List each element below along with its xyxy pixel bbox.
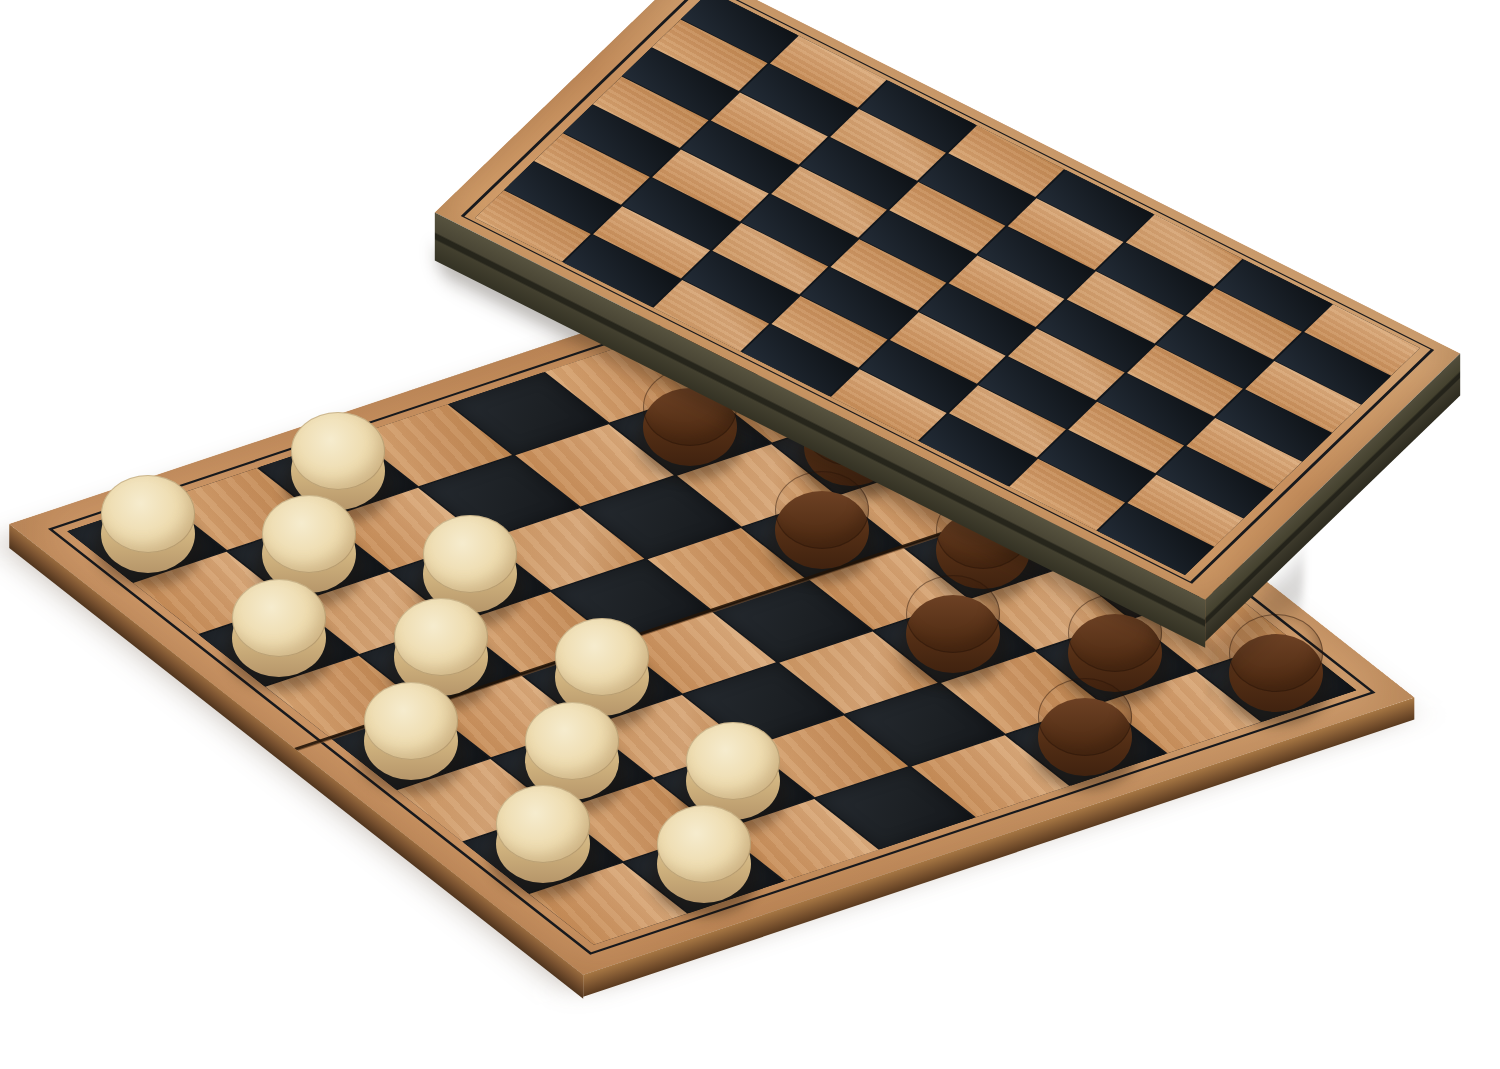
checker-piece-light-0-0[interactable] [101,475,195,573]
checker-top-face [423,515,517,593]
checker-piece-light-1-7[interactable] [657,805,751,903]
checker-piece-light-0-2[interactable] [232,579,326,677]
checker-top-face [262,495,356,573]
checker-top-face [686,722,780,800]
checker-top-face [525,702,619,780]
checker-piece-dark-7-7[interactable] [1229,614,1323,712]
checker-top-face [291,412,385,490]
checker-piece-light-0-6[interactable] [496,785,590,883]
checker-top-face [1038,678,1132,756]
checker-top-face [1229,614,1323,692]
checker-top-face [496,785,590,863]
checker-top-face [394,598,488,676]
checkers-set-photo [0,0,1500,1069]
checker-top-face [657,805,751,883]
checker-piece-dark-5-3[interactable] [775,471,869,569]
checker-top-face [101,475,195,553]
checker-piece-light-0-4[interactable] [364,682,458,780]
checker-top-face [775,471,869,549]
checker-piece-dark-5-7[interactable] [1038,678,1132,776]
checker-top-face [364,682,458,760]
checker-top-face [906,575,1000,653]
checker-piece-dark-5-5[interactable] [906,575,1000,673]
checker-top-face [232,579,326,657]
checker-top-face [555,618,649,696]
